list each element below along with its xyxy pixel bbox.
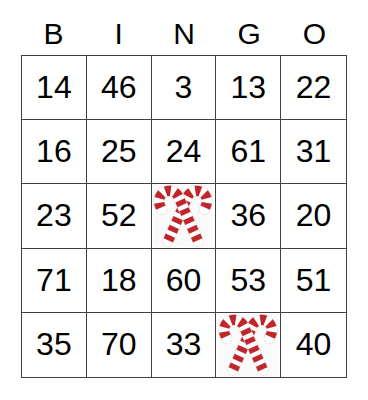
- column-letter-b: B: [21, 19, 86, 55]
- cell-g2[interactable]: 61: [216, 120, 281, 184]
- cell-b4[interactable]: 71: [22, 249, 87, 313]
- cell-n4[interactable]: 60: [152, 249, 217, 313]
- cell-b5[interactable]: 35: [22, 313, 87, 377]
- bingo-page: BINGO 14463132216252461312352 3620711860…: [0, 0, 368, 400]
- column-letter-o: O: [282, 19, 347, 55]
- cell-i3[interactable]: 52: [87, 184, 152, 248]
- cell-o2[interactable]: 31: [281, 120, 346, 184]
- cell-o1[interactable]: 22: [281, 56, 346, 120]
- cell-i4[interactable]: 18: [87, 249, 152, 313]
- cell-b2[interactable]: 16: [22, 120, 87, 184]
- cell-b1[interactable]: 14: [22, 56, 87, 120]
- cell-n1[interactable]: 3: [152, 56, 217, 120]
- cell-b3[interactable]: 23: [22, 184, 87, 248]
- cell-i5[interactable]: 70: [87, 313, 152, 377]
- bingo-card: BINGO 14463132216252461312352 3620711860…: [21, 0, 347, 378]
- column-letter-i: I: [86, 19, 151, 55]
- cell-o5[interactable]: 40: [281, 313, 346, 377]
- cell-g3[interactable]: 36: [216, 184, 281, 248]
- cell-g5-candy-canes[interactable]: [216, 313, 281, 377]
- cell-o3[interactable]: 20: [281, 184, 346, 248]
- cell-i2[interactable]: 25: [87, 120, 152, 184]
- cell-n3-candy-canes[interactable]: [152, 184, 217, 248]
- crossed-candy-canes-icon: [218, 314, 278, 376]
- column-letter-g: G: [217, 19, 282, 55]
- cell-n5[interactable]: 33: [152, 313, 217, 377]
- cell-g4[interactable]: 53: [216, 249, 281, 313]
- cell-o4[interactable]: 51: [281, 249, 346, 313]
- cell-g1[interactable]: 13: [216, 56, 281, 120]
- bingo-grid: 14463132216252461312352 3620711860535135…: [21, 55, 347, 378]
- column-letter-n: N: [151, 19, 216, 55]
- cell-i1[interactable]: 46: [87, 56, 152, 120]
- crossed-candy-canes-icon: [153, 185, 213, 247]
- cell-n2[interactable]: 24: [152, 120, 217, 184]
- bingo-header: BINGO: [21, 0, 347, 55]
